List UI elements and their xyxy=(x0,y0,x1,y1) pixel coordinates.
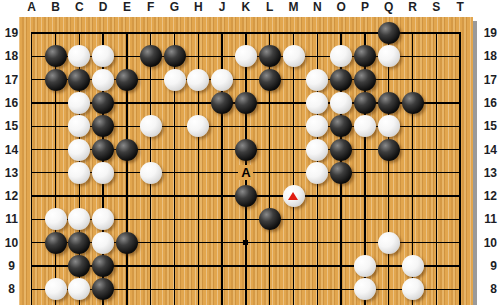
go-board-viewer: ABCDEFGHJKLMNOPQRST 19181716151413121110… xyxy=(0,0,500,305)
stone-white-D13 xyxy=(92,162,114,184)
column-label-C: C xyxy=(75,0,84,15)
stone-white-D10 xyxy=(92,232,114,254)
stone-black-Q16 xyxy=(378,92,400,114)
stone-white-C14 xyxy=(68,139,90,161)
column-label-D: D xyxy=(99,0,108,15)
stone-white-C8 xyxy=(68,278,90,300)
column-label-A: A xyxy=(27,0,36,15)
row-label-right-19: 19 xyxy=(477,25,497,41)
stone-black-C10 xyxy=(68,232,90,254)
stone-white-Q15 xyxy=(378,115,400,137)
board-label-A: A xyxy=(238,165,253,180)
stone-white-H15 xyxy=(187,115,209,137)
column-label-O: O xyxy=(336,0,345,15)
row-label-right-18: 18 xyxy=(477,48,497,64)
stone-white-P15 xyxy=(354,115,376,137)
stone-white-G17 xyxy=(164,69,186,91)
stone-white-D18 xyxy=(92,45,114,67)
stone-black-E17 xyxy=(116,69,138,91)
stone-white-J17 xyxy=(211,69,233,91)
stone-white-R8 xyxy=(402,278,424,300)
column-label-R: R xyxy=(408,0,417,15)
stone-black-D15 xyxy=(92,115,114,137)
stone-white-C11 xyxy=(68,208,90,230)
goban[interactable]: A xyxy=(19,17,473,305)
stone-black-J16 xyxy=(211,92,233,114)
column-label-J: J xyxy=(219,0,226,15)
stone-black-Q19 xyxy=(378,22,400,44)
stone-white-K18 xyxy=(235,45,257,67)
stone-black-D9 xyxy=(92,255,114,277)
grid-line-col-Q xyxy=(388,33,389,305)
stone-black-C9 xyxy=(68,255,90,277)
stone-white-D17 xyxy=(92,69,114,91)
stone-black-E10 xyxy=(116,232,138,254)
stone-black-P18 xyxy=(354,45,376,67)
grid-line-col-T xyxy=(459,33,460,305)
stone-black-R16 xyxy=(402,92,424,114)
stone-black-K12 xyxy=(235,185,257,207)
last-move-triangle-icon xyxy=(288,192,298,200)
column-label-G: G xyxy=(170,0,179,15)
stone-white-C15 xyxy=(68,115,90,137)
column-label-K: K xyxy=(242,0,251,15)
stone-white-P9 xyxy=(354,255,376,277)
stone-black-P17 xyxy=(354,69,376,91)
grid-line-col-S xyxy=(436,33,437,305)
column-label-B: B xyxy=(51,0,60,15)
stone-white-O16 xyxy=(330,92,352,114)
stone-white-B11 xyxy=(45,208,67,230)
stone-black-D8 xyxy=(92,278,114,300)
stone-white-H17 xyxy=(187,69,209,91)
stone-white-B8 xyxy=(45,278,67,300)
stone-white-N14 xyxy=(306,139,328,161)
column-label-E: E xyxy=(123,0,131,15)
stone-white-C13 xyxy=(68,162,90,184)
column-label-Q: Q xyxy=(384,0,393,15)
row-label-right-14: 14 xyxy=(477,142,497,158)
stone-black-F18 xyxy=(140,45,162,67)
stone-black-L17 xyxy=(259,69,281,91)
stone-white-C16 xyxy=(68,92,90,114)
stone-black-L18 xyxy=(259,45,281,67)
column-label-S: S xyxy=(432,0,440,15)
stone-white-R9 xyxy=(402,255,424,277)
grid-line-col-A xyxy=(31,33,32,305)
stone-black-E14 xyxy=(116,139,138,161)
stone-white-M18 xyxy=(283,45,305,67)
stone-white-P8 xyxy=(354,278,376,300)
row-label-right-11: 11 xyxy=(477,211,497,227)
stone-black-B18 xyxy=(45,45,67,67)
stone-white-N13 xyxy=(306,162,328,184)
grid-line-col-M xyxy=(293,33,294,305)
stone-black-L11 xyxy=(259,208,281,230)
stone-black-O17 xyxy=(330,69,352,91)
stone-white-Q10 xyxy=(378,232,400,254)
row-label-right-17: 17 xyxy=(477,72,497,88)
stone-white-O18 xyxy=(330,45,352,67)
stone-black-O15 xyxy=(330,115,352,137)
row-label-right-8: 8 xyxy=(477,281,497,297)
stone-black-G18 xyxy=(164,45,186,67)
column-label-M: M xyxy=(289,0,299,15)
stone-white-F13 xyxy=(140,162,162,184)
stone-black-Q14 xyxy=(378,139,400,161)
stone-white-N17 xyxy=(306,69,328,91)
row-label-right-16: 16 xyxy=(477,95,497,111)
stone-black-O13 xyxy=(330,162,352,184)
column-label-N: N xyxy=(313,0,322,15)
row-label-right-15: 15 xyxy=(477,118,497,134)
stone-black-P16 xyxy=(354,92,376,114)
stone-black-C17 xyxy=(68,69,90,91)
stone-white-C18 xyxy=(68,45,90,67)
column-label-H: H xyxy=(194,0,203,15)
row-label-right-12: 12 xyxy=(477,188,497,204)
star-point-K10 xyxy=(243,240,248,245)
stone-black-D14 xyxy=(92,139,114,161)
row-label-right-9: 9 xyxy=(477,258,497,274)
stone-black-B10 xyxy=(45,232,67,254)
stone-white-D11 xyxy=(92,208,114,230)
board-shadow xyxy=(473,21,477,305)
stone-black-K14 xyxy=(235,139,257,161)
stone-black-O14 xyxy=(330,139,352,161)
column-label-P: P xyxy=(361,0,369,15)
stone-black-K16 xyxy=(235,92,257,114)
column-label-T: T xyxy=(456,0,463,15)
stone-black-B17 xyxy=(45,69,67,91)
row-label-right-10: 10 xyxy=(477,235,497,251)
column-label-L: L xyxy=(266,0,273,15)
stone-black-D16 xyxy=(92,92,114,114)
row-label-right-13: 13 xyxy=(477,165,497,181)
stone-white-N16 xyxy=(306,92,328,114)
stone-white-N15 xyxy=(306,115,328,137)
column-label-F: F xyxy=(147,0,154,15)
stone-white-F15 xyxy=(140,115,162,137)
stone-white-Q18 xyxy=(378,45,400,67)
